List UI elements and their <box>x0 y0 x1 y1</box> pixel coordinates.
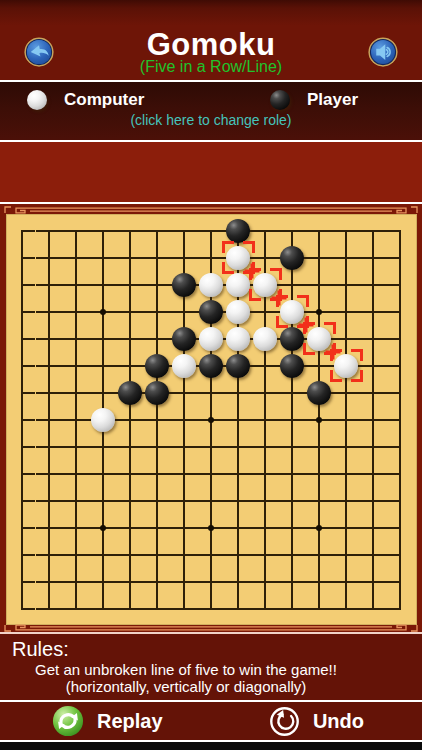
board-cell[interactable] <box>306 595 333 622</box>
board-cell[interactable] <box>252 433 279 460</box>
board-cell[interactable] <box>63 406 90 433</box>
board-cell[interactable] <box>387 487 414 514</box>
black-stone <box>172 273 196 297</box>
board-cell[interactable] <box>144 487 171 514</box>
board-cell[interactable] <box>9 271 36 298</box>
star-point <box>100 525 106 531</box>
replay-icon <box>52 705 84 737</box>
board-cell[interactable] <box>198 379 225 406</box>
board-cell[interactable] <box>252 271 279 298</box>
player-role: Player <box>270 90 358 110</box>
board-cell[interactable] <box>333 244 360 271</box>
board-cell[interactable] <box>279 244 306 271</box>
board-cell[interactable] <box>387 460 414 487</box>
board-cell[interactable] <box>360 595 387 622</box>
board-cell[interactable] <box>225 379 252 406</box>
board-cell[interactable] <box>333 379 360 406</box>
board-cell[interactable] <box>252 352 279 379</box>
board-cell[interactable] <box>9 352 36 379</box>
board-cell[interactable] <box>198 325 225 352</box>
board-cell[interactable] <box>90 487 117 514</box>
board-cell[interactable] <box>9 379 36 406</box>
board-cell[interactable] <box>387 595 414 622</box>
star-point <box>316 309 322 315</box>
board-cell[interactable] <box>63 217 90 244</box>
board-cell[interactable] <box>225 514 252 541</box>
board-cell[interactable] <box>279 487 306 514</box>
board-cell[interactable] <box>9 487 36 514</box>
board-cell[interactable] <box>144 568 171 595</box>
board-cell[interactable] <box>225 325 252 352</box>
board-cell[interactable] <box>63 352 90 379</box>
board-cell[interactable] <box>171 298 198 325</box>
board-cell[interactable] <box>360 568 387 595</box>
board-cell[interactable] <box>360 271 387 298</box>
board-cell[interactable] <box>171 406 198 433</box>
role-bar[interactable]: Computer Player (click here to change ro… <box>0 82 422 140</box>
board-cell[interactable] <box>333 352 360 379</box>
board-cell[interactable] <box>90 244 117 271</box>
board-cell[interactable] <box>198 406 225 433</box>
star-point <box>100 309 106 315</box>
board-cell[interactable] <box>144 541 171 568</box>
board-cell[interactable] <box>9 595 36 622</box>
undo-label: Undo <box>313 710 364 733</box>
board-cell[interactable] <box>306 568 333 595</box>
board-cell[interactable] <box>225 541 252 568</box>
board-cell[interactable] <box>171 217 198 244</box>
board-cell[interactable] <box>306 433 333 460</box>
board-cell[interactable] <box>9 406 36 433</box>
board-cell[interactable] <box>198 460 225 487</box>
board-cell[interactable] <box>36 271 63 298</box>
board-cell[interactable] <box>198 271 225 298</box>
board-cell[interactable] <box>360 406 387 433</box>
board-cell[interactable] <box>90 352 117 379</box>
board-cell[interactable] <box>306 298 333 325</box>
board-cell[interactable] <box>333 406 360 433</box>
board-cell[interactable] <box>387 433 414 460</box>
board-cell[interactable] <box>90 379 117 406</box>
board-cell[interactable] <box>171 568 198 595</box>
board-cell[interactable] <box>360 325 387 352</box>
board-cell[interactable] <box>63 298 90 325</box>
white-stone <box>27 90 47 110</box>
board-cell[interactable] <box>279 352 306 379</box>
undo-icon <box>269 706 300 737</box>
goban <box>6 214 417 625</box>
board-cell[interactable] <box>144 595 171 622</box>
board-cell[interactable] <box>9 217 36 244</box>
board-cell[interactable] <box>171 325 198 352</box>
board-cell[interactable] <box>387 271 414 298</box>
board-cell[interactable] <box>63 568 90 595</box>
board-cell[interactable] <box>198 568 225 595</box>
black-stone <box>199 354 223 378</box>
board-cell[interactable] <box>117 271 144 298</box>
board-cell[interactable] <box>90 595 117 622</box>
board-cell[interactable] <box>198 433 225 460</box>
board-cell[interactable] <box>117 406 144 433</box>
board-cell[interactable] <box>225 271 252 298</box>
white-stone <box>226 327 250 351</box>
board-cell[interactable] <box>198 541 225 568</box>
board-cell[interactable] <box>279 433 306 460</box>
board-cell[interactable] <box>9 325 36 352</box>
star-point <box>208 525 214 531</box>
board-cell[interactable] <box>36 541 63 568</box>
white-stone <box>307 327 331 351</box>
board-cell[interactable] <box>387 217 414 244</box>
board-cell[interactable] <box>279 541 306 568</box>
board-cell[interactable] <box>90 298 117 325</box>
board-cell[interactable] <box>63 244 90 271</box>
board-cell[interactable] <box>144 325 171 352</box>
board-cell[interactable] <box>36 406 63 433</box>
board-cell[interactable] <box>252 217 279 244</box>
footer-toolbar: Replay Undo <box>0 702 422 740</box>
board-cell[interactable] <box>306 460 333 487</box>
board-cell[interactable] <box>144 514 171 541</box>
board-cell[interactable] <box>36 595 63 622</box>
white-stone <box>226 300 250 324</box>
board-cell[interactable] <box>9 460 36 487</box>
board-cell[interactable] <box>252 514 279 541</box>
board-cell[interactable] <box>117 379 144 406</box>
board-cell[interactable] <box>117 514 144 541</box>
replay-label: Replay <box>97 710 163 733</box>
board-cell[interactable] <box>36 379 63 406</box>
board-cell[interactable] <box>171 379 198 406</box>
rules-heading: Rules: <box>12 638 422 661</box>
board-cell[interactable] <box>333 325 360 352</box>
board-cell[interactable] <box>36 217 63 244</box>
board-cell[interactable] <box>306 406 333 433</box>
board-cell[interactable] <box>144 217 171 244</box>
board-cell[interactable] <box>117 217 144 244</box>
board-cell[interactable] <box>333 460 360 487</box>
board-cell[interactable] <box>36 460 63 487</box>
board-cell[interactable] <box>117 595 144 622</box>
board-cell[interactable] <box>36 487 63 514</box>
board-cell[interactable] <box>360 541 387 568</box>
board-cell[interactable] <box>387 568 414 595</box>
black-stone <box>307 381 331 405</box>
black-stone <box>226 354 250 378</box>
board-cell[interactable] <box>360 433 387 460</box>
white-stone <box>226 246 250 270</box>
board-cell[interactable] <box>306 514 333 541</box>
board-cell[interactable] <box>252 541 279 568</box>
board-cell[interactable] <box>279 271 306 298</box>
white-stone <box>253 273 277 297</box>
board-cell[interactable] <box>117 298 144 325</box>
board-cell[interactable] <box>360 487 387 514</box>
board-cell[interactable] <box>117 352 144 379</box>
board-cell[interactable] <box>306 271 333 298</box>
white-stone <box>199 273 223 297</box>
board-cell[interactable] <box>9 244 36 271</box>
bottom-strip <box>0 742 422 750</box>
board-cell[interactable] <box>279 460 306 487</box>
board-cell[interactable] <box>252 460 279 487</box>
board-cell[interactable] <box>387 325 414 352</box>
board-cell[interactable] <box>225 298 252 325</box>
board-cell[interactable] <box>333 271 360 298</box>
board-cell[interactable] <box>333 595 360 622</box>
board-cell[interactable] <box>279 298 306 325</box>
board-cell[interactable] <box>144 460 171 487</box>
board-cell[interactable] <box>225 433 252 460</box>
board-cell[interactable] <box>306 325 333 352</box>
board-cell[interactable] <box>36 352 63 379</box>
header: Gomoku (Five in a Row/Line) <box>0 0 422 80</box>
board-cell[interactable] <box>171 460 198 487</box>
board-cell[interactable] <box>36 568 63 595</box>
board-cell[interactable] <box>360 379 387 406</box>
board-cell[interactable] <box>9 541 36 568</box>
board-cell[interactable] <box>90 325 117 352</box>
board-cell[interactable] <box>171 514 198 541</box>
undo-button[interactable]: Undo <box>269 706 364 737</box>
white-stone <box>253 327 277 351</box>
board-cell[interactable] <box>225 568 252 595</box>
board-cell[interactable] <box>387 244 414 271</box>
white-stone <box>334 354 358 378</box>
board-cell[interactable] <box>333 298 360 325</box>
board-grid <box>9 217 414 622</box>
board-cell[interactable] <box>171 433 198 460</box>
board-cell[interactable] <box>387 352 414 379</box>
board-cell[interactable] <box>252 568 279 595</box>
black-stone <box>226 219 250 243</box>
board-cell[interactable] <box>63 325 90 352</box>
board-cell[interactable] <box>36 325 63 352</box>
board-cell[interactable] <box>9 298 36 325</box>
rules-line-1: Get an unbroken line of five to win the … <box>0 661 372 678</box>
change-role-link[interactable]: (click here to change role) <box>0 112 422 128</box>
board-cell[interactable] <box>279 379 306 406</box>
board-cell[interactable] <box>252 406 279 433</box>
board-cell[interactable] <box>144 244 171 271</box>
black-stone <box>118 381 142 405</box>
board-cell[interactable] <box>36 514 63 541</box>
board-cell[interactable] <box>279 217 306 244</box>
board-cell[interactable] <box>333 568 360 595</box>
black-stone <box>270 90 290 110</box>
white-stone <box>91 408 115 432</box>
board-cell[interactable] <box>36 433 63 460</box>
replay-button[interactable]: Replay <box>52 705 163 737</box>
board-cell[interactable] <box>171 487 198 514</box>
board-cell[interactable] <box>144 379 171 406</box>
board-cell[interactable] <box>360 460 387 487</box>
board-cell[interactable] <box>117 487 144 514</box>
board-cell[interactable] <box>360 352 387 379</box>
board-cell[interactable] <box>9 568 36 595</box>
app-subtitle: (Five in a Row/Line) <box>0 58 422 76</box>
board-cell[interactable] <box>387 379 414 406</box>
black-stone <box>280 246 304 270</box>
board-cell[interactable] <box>117 541 144 568</box>
board-cell[interactable] <box>117 568 144 595</box>
board-cell[interactable] <box>252 298 279 325</box>
board-cell[interactable] <box>198 217 225 244</box>
board-cell[interactable] <box>279 514 306 541</box>
black-stone <box>172 327 196 351</box>
board-cell[interactable] <box>144 406 171 433</box>
white-stone <box>226 273 250 297</box>
board-cell[interactable] <box>90 541 117 568</box>
board-cell[interactable] <box>360 244 387 271</box>
board-cell[interactable] <box>171 271 198 298</box>
computer-role: Computer <box>27 90 144 110</box>
board-cell[interactable] <box>198 514 225 541</box>
board-cell[interactable] <box>252 325 279 352</box>
board-cell[interactable] <box>198 298 225 325</box>
role-row: Computer Player <box>0 82 422 110</box>
board-cell[interactable] <box>171 595 198 622</box>
board-cell[interactable] <box>90 514 117 541</box>
board-cell[interactable] <box>63 595 90 622</box>
computer-label: Computer <box>64 90 144 110</box>
frame-ornament-bottom <box>4 624 418 632</box>
star-point <box>316 417 322 423</box>
board-cell[interactable] <box>225 244 252 271</box>
board-cell[interactable] <box>306 541 333 568</box>
board-cell[interactable] <box>333 487 360 514</box>
black-stone <box>145 381 169 405</box>
board-cell[interactable] <box>360 514 387 541</box>
black-stone <box>145 354 169 378</box>
board-cell[interactable] <box>144 352 171 379</box>
board-cell[interactable] <box>144 433 171 460</box>
board-cell[interactable] <box>171 352 198 379</box>
board-cell[interactable] <box>306 352 333 379</box>
board-cell[interactable] <box>90 406 117 433</box>
rules-panel: Rules: Get an unbroken line of five to w… <box>0 634 422 700</box>
white-stone <box>280 300 304 324</box>
board-cell[interactable] <box>333 541 360 568</box>
board-cell[interactable] <box>198 487 225 514</box>
board-cell[interactable] <box>225 460 252 487</box>
board-cell[interactable] <box>117 244 144 271</box>
board-cell[interactable] <box>9 433 36 460</box>
board-cell[interactable] <box>90 217 117 244</box>
board-grid-wrap <box>9 217 414 622</box>
black-stone <box>280 327 304 351</box>
white-stone <box>172 354 196 378</box>
board-cell[interactable] <box>306 217 333 244</box>
message-strip <box>0 142 422 202</box>
board-cell[interactable] <box>63 487 90 514</box>
board-cell[interactable] <box>252 487 279 514</box>
white-stone <box>199 327 223 351</box>
black-stone <box>280 354 304 378</box>
board-cell[interactable] <box>279 406 306 433</box>
board-cell[interactable] <box>225 487 252 514</box>
board-cell[interactable] <box>90 433 117 460</box>
board-cell[interactable] <box>63 514 90 541</box>
board-cell[interactable] <box>252 244 279 271</box>
gomoku-app: Gomoku (Five in a Row/Line) Computer Pla… <box>0 0 422 750</box>
board-cell[interactable] <box>63 433 90 460</box>
board-cell[interactable] <box>63 541 90 568</box>
board-cell[interactable] <box>198 595 225 622</box>
sound-button[interactable] <box>368 37 398 67</box>
star-point <box>208 417 214 423</box>
board-cell[interactable] <box>90 460 117 487</box>
black-stone <box>199 300 223 324</box>
board-cell[interactable] <box>360 298 387 325</box>
board-cell[interactable] <box>279 568 306 595</box>
board-cell[interactable] <box>171 244 198 271</box>
board-cell[interactable] <box>9 514 36 541</box>
board-cell[interactable] <box>387 514 414 541</box>
board-cell[interactable] <box>144 298 171 325</box>
frame-ornament-top <box>4 206 418 214</box>
board-cell[interactable] <box>36 298 63 325</box>
player-label: Player <box>307 90 358 110</box>
board-cell[interactable] <box>252 379 279 406</box>
board-cell[interactable] <box>387 406 414 433</box>
star-point <box>316 525 322 531</box>
board-cell[interactable] <box>63 460 90 487</box>
board-cell[interactable] <box>306 487 333 514</box>
board-cell[interactable] <box>225 406 252 433</box>
board-cell[interactable] <box>333 514 360 541</box>
board-cell[interactable] <box>333 217 360 244</box>
board-cell[interactable] <box>117 433 144 460</box>
board-section <box>0 204 422 632</box>
board-cell[interactable] <box>333 433 360 460</box>
board-cell[interactable] <box>36 244 63 271</box>
board-cell[interactable] <box>306 379 333 406</box>
board-cell[interactable] <box>117 325 144 352</box>
board-cell[interactable] <box>252 595 279 622</box>
board-cell[interactable] <box>225 595 252 622</box>
board-cell[interactable] <box>117 460 144 487</box>
board-cell[interactable] <box>279 595 306 622</box>
board-cell[interactable] <box>279 325 306 352</box>
board-cell[interactable] <box>225 352 252 379</box>
board-cell[interactable] <box>198 244 225 271</box>
board-cell[interactable] <box>360 217 387 244</box>
board-cell[interactable] <box>306 244 333 271</box>
board-cell[interactable] <box>63 271 90 298</box>
board-cell[interactable] <box>144 271 171 298</box>
board-cell[interactable] <box>198 352 225 379</box>
board-cell[interactable] <box>171 541 198 568</box>
board-cell[interactable] <box>90 568 117 595</box>
board-cell[interactable] <box>225 217 252 244</box>
rules-line-2: (horizontally, vertically or diagonally) <box>0 678 372 695</box>
board-cell[interactable] <box>90 271 117 298</box>
board-cell[interactable] <box>387 541 414 568</box>
board-cell[interactable] <box>387 298 414 325</box>
board-cell[interactable] <box>63 379 90 406</box>
